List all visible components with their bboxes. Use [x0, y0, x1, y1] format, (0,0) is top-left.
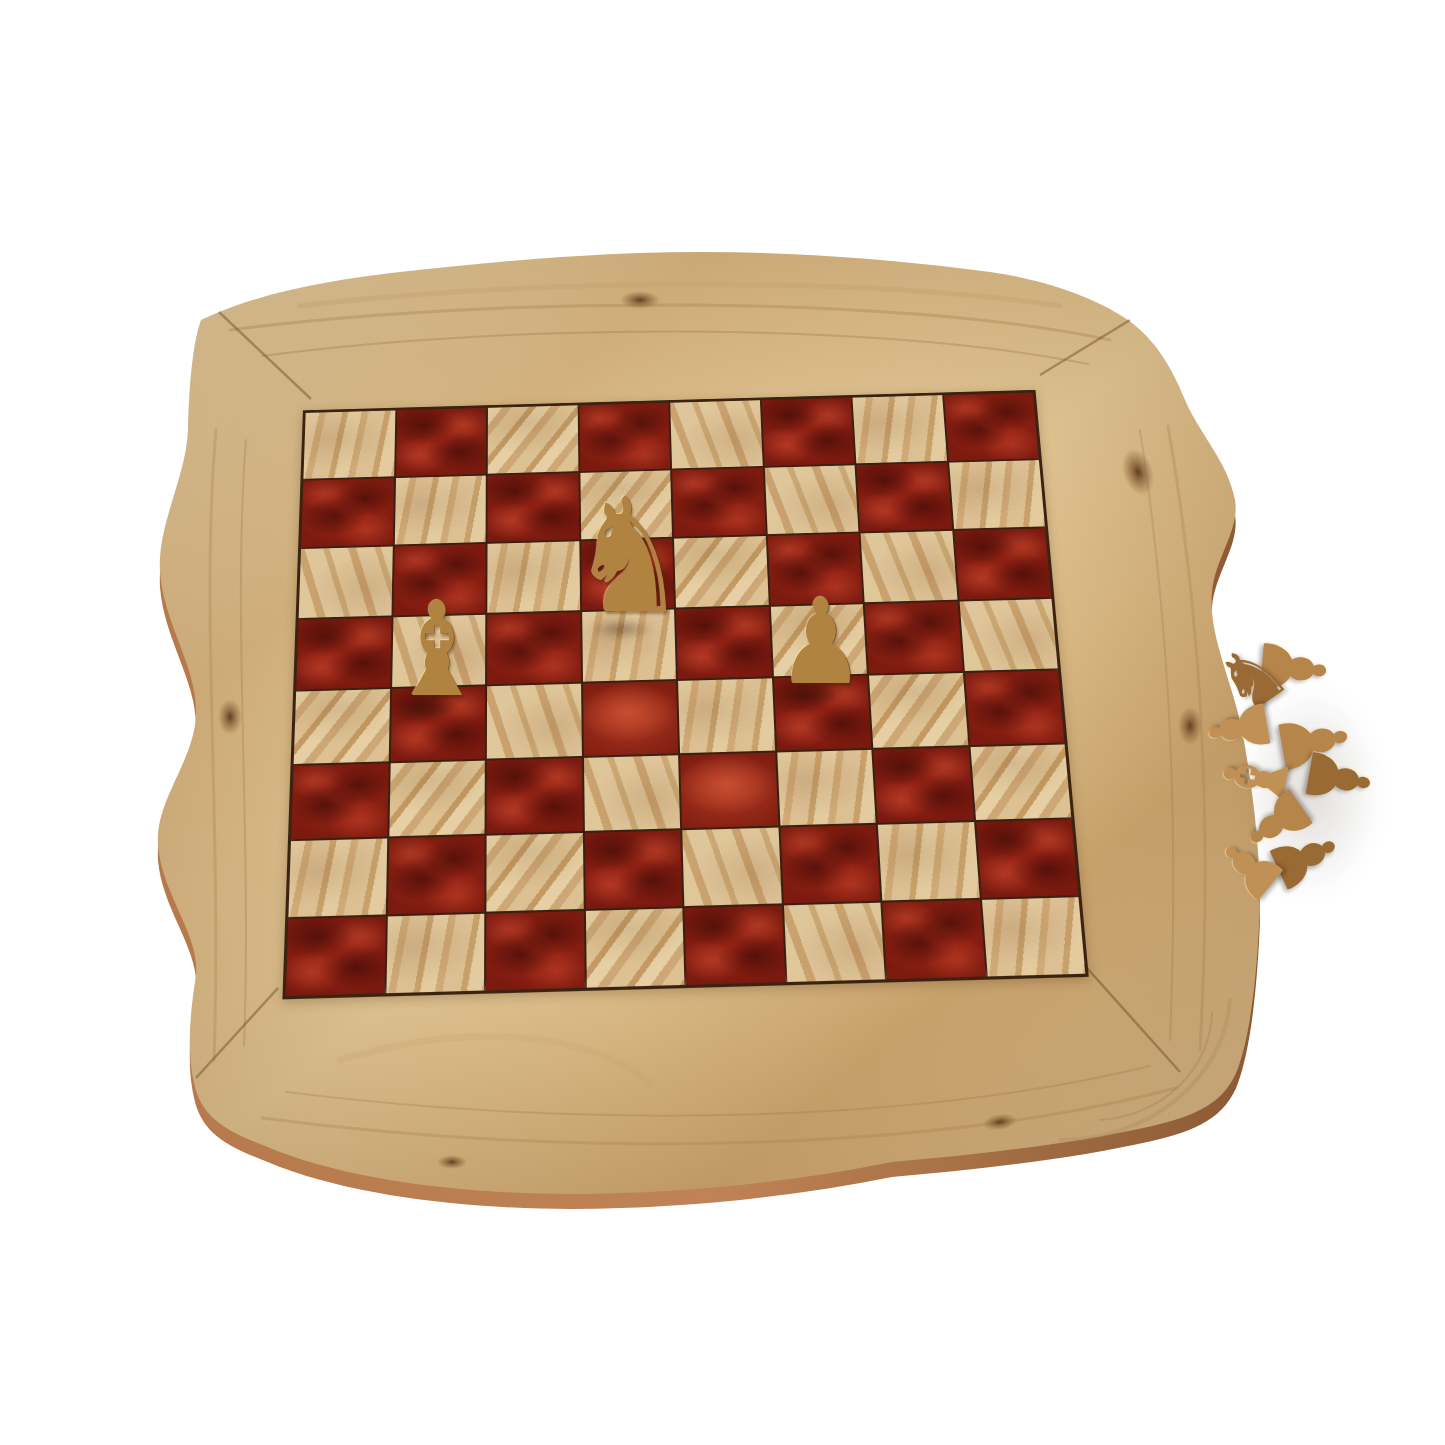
square-a3[interactable]: [291, 763, 388, 839]
square-c6[interactable]: [487, 541, 579, 612]
square-h2[interactable]: [976, 819, 1079, 897]
square-d2[interactable]: [584, 830, 682, 908]
square-c7[interactable]: [488, 473, 579, 542]
square-d1[interactable]: [585, 908, 684, 988]
square-g8[interactable]: [852, 395, 946, 463]
square-g7[interactable]: [856, 462, 951, 531]
square-c2[interactable]: [486, 833, 583, 911]
square-c5[interactable]: [487, 612, 580, 685]
square-e3[interactable]: [680, 752, 778, 828]
square-e4[interactable]: [678, 678, 775, 752]
square-g4[interactable]: [869, 673, 968, 747]
square-c3[interactable]: [487, 757, 583, 833]
square-f2[interactable]: [780, 825, 880, 903]
square-a7[interactable]: [301, 478, 394, 547]
square-e8[interactable]: [670, 400, 762, 468]
square-e1[interactable]: [684, 905, 784, 985]
square-c1[interactable]: [486, 910, 584, 990]
square-f1[interactable]: [783, 902, 884, 982]
square-f8[interactable]: [761, 398, 854, 466]
square-h7[interactable]: [949, 460, 1045, 529]
square-a8[interactable]: [303, 410, 394, 478]
square-a2[interactable]: [288, 838, 386, 916]
square-c8[interactable]: [488, 405, 578, 473]
piece-knight-d5[interactable]: ♞: [571, 477, 687, 635]
scene: ♝♞♟ ♟♞♟♟♟♝♟♟♟: [0, 0, 1445, 1445]
square-c4[interactable]: [487, 684, 582, 758]
square-e5[interactable]: [676, 606, 771, 679]
square-d8[interactable]: [579, 403, 670, 471]
piece-bishop-b4[interactable]: ♝: [389, 585, 485, 715]
square-g2[interactable]: [878, 822, 979, 900]
square-f3[interactable]: [777, 749, 876, 825]
square-h8[interactable]: [944, 393, 1039, 461]
square-h4[interactable]: [964, 670, 1064, 744]
square-e2[interactable]: [682, 828, 781, 906]
square-a6[interactable]: [299, 546, 393, 617]
square-g6[interactable]: [861, 531, 957, 602]
square-b1[interactable]: [386, 913, 484, 993]
square-e6[interactable]: [674, 536, 768, 607]
square-h6[interactable]: [954, 528, 1051, 599]
square-f7[interactable]: [764, 465, 858, 534]
square-h1[interactable]: [981, 897, 1085, 977]
square-b7[interactable]: [394, 475, 486, 544]
square-h3[interactable]: [970, 744, 1071, 820]
square-b2[interactable]: [387, 836, 484, 914]
piece-pawn-f4[interactable]: ♟: [778, 583, 865, 701]
square-d4[interactable]: [583, 681, 678, 755]
square-g3[interactable]: [873, 747, 973, 823]
square-a1[interactable]: [286, 916, 386, 996]
square-g5[interactable]: [865, 601, 963, 674]
square-a5[interactable]: [296, 617, 391, 690]
square-g1[interactable]: [882, 899, 985, 979]
square-h5[interactable]: [959, 598, 1058, 671]
square-a4[interactable]: [294, 689, 390, 763]
square-d3[interactable]: [583, 755, 680, 831]
square-b3[interactable]: [389, 760, 485, 836]
square-b8[interactable]: [396, 408, 486, 476]
